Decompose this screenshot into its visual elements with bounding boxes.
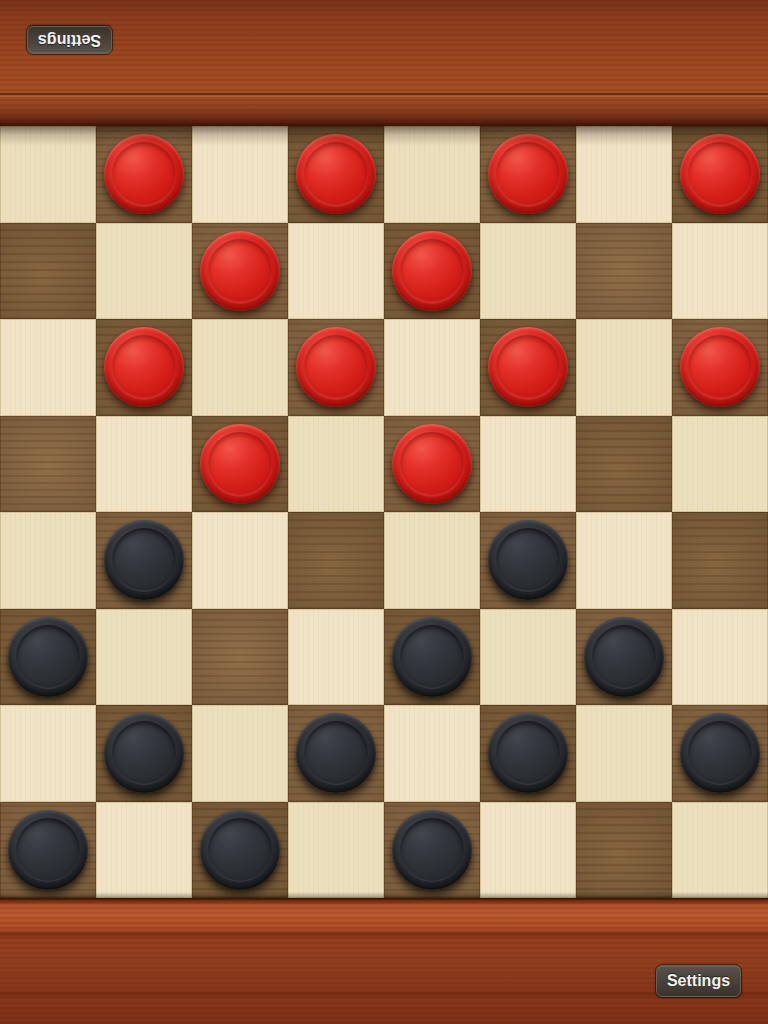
- black-piece[interactable]: [104, 520, 184, 600]
- square-r1-c3: [288, 223, 384, 320]
- square-r6-c3[interactable]: [288, 705, 384, 802]
- red-piece[interactable]: [104, 327, 184, 407]
- square-r0-c0: [0, 126, 96, 223]
- square-r3-c7: [672, 416, 768, 513]
- black-piece[interactable]: [104, 713, 184, 793]
- square-r5-c1: [96, 609, 192, 706]
- wood-frame-bottom: [0, 898, 768, 1024]
- black-piece[interactable]: [584, 617, 664, 697]
- red-piece[interactable]: [488, 134, 568, 214]
- square-r3-c5: [480, 416, 576, 513]
- red-piece[interactable]: [296, 134, 376, 214]
- square-r6-c0: [0, 705, 96, 802]
- red-piece[interactable]: [680, 134, 760, 214]
- square-r6-c1[interactable]: [96, 705, 192, 802]
- square-r0-c5[interactable]: [480, 126, 576, 223]
- square-r3-c6[interactable]: [576, 416, 672, 513]
- square-r5-c7: [672, 609, 768, 706]
- square-r4-c7[interactable]: [672, 512, 768, 609]
- square-r4-c0: [0, 512, 96, 609]
- black-piece[interactable]: [680, 713, 760, 793]
- square-r2-c5[interactable]: [480, 319, 576, 416]
- square-r1-c4[interactable]: [384, 223, 480, 320]
- square-r5-c6[interactable]: [576, 609, 672, 706]
- square-r3-c1: [96, 416, 192, 513]
- square-r5-c4[interactable]: [384, 609, 480, 706]
- square-r2-c3[interactable]: [288, 319, 384, 416]
- black-piece[interactable]: [392, 617, 472, 697]
- square-r3-c4[interactable]: [384, 416, 480, 513]
- square-r5-c2[interactable]: [192, 609, 288, 706]
- square-r2-c7[interactable]: [672, 319, 768, 416]
- red-piece[interactable]: [680, 327, 760, 407]
- square-r0-c7[interactable]: [672, 126, 768, 223]
- square-r1-c0[interactable]: [0, 223, 96, 320]
- square-r7-c6[interactable]: [576, 802, 672, 899]
- square-r1-c1: [96, 223, 192, 320]
- square-r5-c3: [288, 609, 384, 706]
- square-r2-c2: [192, 319, 288, 416]
- square-r4-c4: [384, 512, 480, 609]
- square-r7-c1: [96, 802, 192, 899]
- square-r1-c6[interactable]: [576, 223, 672, 320]
- red-piece[interactable]: [392, 231, 472, 311]
- square-r6-c5[interactable]: [480, 705, 576, 802]
- square-r6-c2: [192, 705, 288, 802]
- red-piece[interactable]: [200, 231, 280, 311]
- square-r7-c7: [672, 802, 768, 899]
- square-r6-c4: [384, 705, 480, 802]
- red-piece[interactable]: [296, 327, 376, 407]
- square-r1-c2[interactable]: [192, 223, 288, 320]
- square-r2-c6: [576, 319, 672, 416]
- square-r7-c2[interactable]: [192, 802, 288, 899]
- black-piece[interactable]: [8, 810, 88, 890]
- settings-button-bottom[interactable]: Settings: [656, 965, 741, 997]
- square-r7-c0[interactable]: [0, 802, 96, 899]
- square-r0-c2: [192, 126, 288, 223]
- square-r4-c2: [192, 512, 288, 609]
- red-piece[interactable]: [392, 424, 472, 504]
- red-piece[interactable]: [488, 327, 568, 407]
- black-piece[interactable]: [296, 713, 376, 793]
- black-piece[interactable]: [488, 520, 568, 600]
- square-r0-c4: [384, 126, 480, 223]
- square-r2-c0: [0, 319, 96, 416]
- red-piece[interactable]: [104, 134, 184, 214]
- square-r7-c4[interactable]: [384, 802, 480, 899]
- black-piece[interactable]: [488, 713, 568, 793]
- black-piece[interactable]: [392, 810, 472, 890]
- checkers-board: [0, 126, 768, 898]
- square-r0-c3[interactable]: [288, 126, 384, 223]
- black-piece[interactable]: [8, 617, 88, 697]
- square-r1-c7: [672, 223, 768, 320]
- square-r4-c3[interactable]: [288, 512, 384, 609]
- square-r7-c3: [288, 802, 384, 899]
- square-r3-c2[interactable]: [192, 416, 288, 513]
- square-r1-c5: [480, 223, 576, 320]
- wood-frame-top: [0, 0, 768, 126]
- square-r7-c5: [480, 802, 576, 899]
- square-r4-c1[interactable]: [96, 512, 192, 609]
- square-r0-c1[interactable]: [96, 126, 192, 223]
- settings-button-top[interactable]: Settings: [27, 26, 112, 54]
- square-r2-c4: [384, 319, 480, 416]
- square-r4-c5[interactable]: [480, 512, 576, 609]
- square-r5-c0[interactable]: [0, 609, 96, 706]
- square-r3-c3: [288, 416, 384, 513]
- square-r3-c0[interactable]: [0, 416, 96, 513]
- square-r4-c6: [576, 512, 672, 609]
- square-r6-c6: [576, 705, 672, 802]
- red-piece[interactable]: [200, 424, 280, 504]
- square-r6-c7[interactable]: [672, 705, 768, 802]
- square-r2-c1[interactable]: [96, 319, 192, 416]
- square-r0-c6: [576, 126, 672, 223]
- black-piece[interactable]: [200, 810, 280, 890]
- square-r5-c5: [480, 609, 576, 706]
